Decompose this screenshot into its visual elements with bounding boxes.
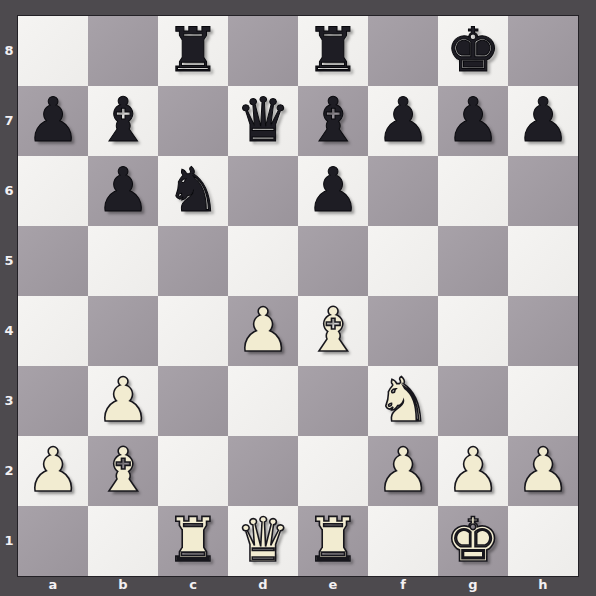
file-label-e: e [298,576,368,596]
square-c2[interactable] [158,436,228,506]
square-g4[interactable] [438,296,508,366]
file-label-g: g [438,576,508,596]
rank-label-4: 4 [0,296,18,366]
rank-label-5: 5 [0,226,18,296]
square-a1[interactable] [18,506,88,576]
square-b4[interactable] [88,296,158,366]
piece-black-bishop-b7[interactable]: ♝ [96,89,151,150]
rank-label-1: 1 [0,506,18,576]
square-b7[interactable]: ♝ [88,86,158,156]
square-g3[interactable] [438,366,508,436]
piece-black-knight-c6[interactable]: ♞ [166,159,221,220]
square-a3[interactable] [18,366,88,436]
square-f2[interactable]: ♟ [368,436,438,506]
square-f7[interactable]: ♟ [368,86,438,156]
rank-labels: 87654321 [0,16,18,576]
square-b6[interactable]: ♟ [88,156,158,226]
square-a4[interactable] [18,296,88,366]
piece-black-bishop-e7[interactable]: ♝ [306,89,361,150]
square-f6[interactable] [368,156,438,226]
piece-white-queen-d1[interactable]: ♛ [236,509,291,570]
rank-label-8: 8 [0,16,18,86]
square-d8[interactable] [228,16,298,86]
piece-white-king-g1[interactable]: ♚ [446,509,501,570]
square-h8[interactable] [508,16,578,86]
square-e5[interactable] [298,226,368,296]
piece-black-pawn-a7[interactable]: ♟ [26,89,81,150]
square-a8[interactable] [18,16,88,86]
piece-white-rook-e1[interactable]: ♜ [306,509,361,570]
piece-white-pawn-h2[interactable]: ♟ [516,439,571,500]
square-g6[interactable] [438,156,508,226]
square-a2[interactable]: ♟ [18,436,88,506]
file-label-d: d [228,576,298,596]
rank-label-7: 7 [0,86,18,156]
square-d3[interactable] [228,366,298,436]
square-b3[interactable]: ♟ [88,366,158,436]
file-label-a: a [18,576,88,596]
piece-white-pawn-a2[interactable]: ♟ [26,439,81,500]
square-b1[interactable] [88,506,158,576]
square-d2[interactable] [228,436,298,506]
file-label-c: c [158,576,228,596]
square-e2[interactable] [298,436,368,506]
piece-white-pawn-b3[interactable]: ♟ [96,369,151,430]
square-f1[interactable] [368,506,438,576]
square-g5[interactable] [438,226,508,296]
square-c4[interactable] [158,296,228,366]
square-c6[interactable]: ♞ [158,156,228,226]
piece-black-pawn-e6[interactable]: ♟ [306,159,361,220]
square-g2[interactable]: ♟ [438,436,508,506]
square-e6[interactable]: ♟ [298,156,368,226]
file-labels: abcdefgh [18,576,578,596]
square-h2[interactable]: ♟ [508,436,578,506]
square-a7[interactable]: ♟ [18,86,88,156]
square-c3[interactable] [158,366,228,436]
piece-white-rook-c1[interactable]: ♜ [166,509,221,570]
square-g1[interactable]: ♚ [438,506,508,576]
square-h6[interactable] [508,156,578,226]
square-d5[interactable] [228,226,298,296]
piece-black-rook-c8[interactable]: ♜ [166,19,221,80]
square-f3[interactable]: ♞ [368,366,438,436]
square-g7[interactable]: ♟ [438,86,508,156]
square-f4[interactable] [368,296,438,366]
chess-board: ♜♜♚♟♝♛♝♟♟♟♟♞♟♟♝♟♞♟♝♟♟♟♜♛♜♚ [18,16,578,576]
square-b5[interactable] [88,226,158,296]
piece-white-pawn-d4[interactable]: ♟ [236,299,291,360]
piece-black-queen-d7[interactable]: ♛ [236,89,291,150]
square-e3[interactable] [298,366,368,436]
square-d4[interactable]: ♟ [228,296,298,366]
piece-white-bishop-b2[interactable]: ♝ [96,439,151,500]
piece-black-pawn-f7[interactable]: ♟ [376,89,431,150]
square-e1[interactable]: ♜ [298,506,368,576]
square-f8[interactable] [368,16,438,86]
piece-white-knight-f3[interactable]: ♞ [376,369,431,430]
square-h7[interactable]: ♟ [508,86,578,156]
square-g8[interactable]: ♚ [438,16,508,86]
square-b2[interactable]: ♝ [88,436,158,506]
square-h5[interactable] [508,226,578,296]
piece-black-pawn-h7[interactable]: ♟ [516,89,571,150]
chess-board-frame: 87654321 ♜♜♚♟♝♛♝♟♟♟♟♞♟♟♝♟♞♟♝♟♟♟♜♛♜♚ abcd… [0,0,596,596]
rank-label-3: 3 [0,366,18,436]
file-label-h: h [508,576,578,596]
piece-white-pawn-g2[interactable]: ♟ [446,439,501,500]
rank-label-2: 2 [0,436,18,506]
square-a6[interactable] [18,156,88,226]
piece-black-pawn-b6[interactable]: ♟ [96,159,151,220]
piece-white-bishop-e4[interactable]: ♝ [306,299,361,360]
square-h1[interactable] [508,506,578,576]
piece-white-pawn-f2[interactable]: ♟ [376,439,431,500]
rank-label-6: 6 [0,156,18,226]
square-f5[interactable] [368,226,438,296]
piece-black-rook-e8[interactable]: ♜ [306,19,361,80]
piece-black-pawn-g7[interactable]: ♟ [446,89,501,150]
square-d1[interactable]: ♛ [228,506,298,576]
file-label-f: f [368,576,438,596]
square-d7[interactable]: ♛ [228,86,298,156]
square-c1[interactable]: ♜ [158,506,228,576]
square-e7[interactable]: ♝ [298,86,368,156]
file-label-b: b [88,576,158,596]
square-c8[interactable]: ♜ [158,16,228,86]
square-h3[interactable] [508,366,578,436]
square-h4[interactable] [508,296,578,366]
square-d6[interactable] [228,156,298,226]
square-b8[interactable] [88,16,158,86]
piece-black-king-g8[interactable]: ♚ [446,19,501,80]
square-e8[interactable]: ♜ [298,16,368,86]
square-c7[interactable] [158,86,228,156]
square-c5[interactable] [158,226,228,296]
square-a5[interactable] [18,226,88,296]
square-e4[interactable]: ♝ [298,296,368,366]
